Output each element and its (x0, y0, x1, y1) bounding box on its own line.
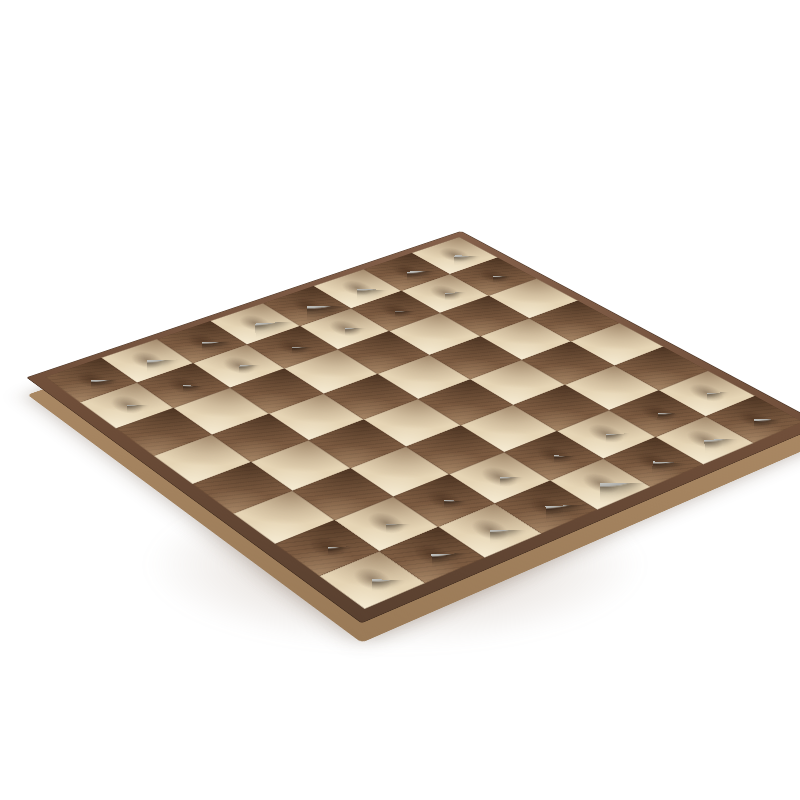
product-photo-background: ♜♟♟♜♞♟♟♞♝♟♟♝♚♟♟♚♛♟♟♛♝♟♟♝♞♟♟♞♜♟♟♜ (0, 0, 800, 800)
piece-glyph: ♜ (337, 459, 412, 581)
scene: ♜♟♟♜♞♟♟♞♝♟♟♝♚♟♟♚♛♟♟♛♝♟♟♝♞♟♟♞♜♟♟♜ (0, 0, 800, 800)
chessboard: ♜♟♟♜♞♟♟♞♝♟♟♝♚♟♟♚♛♟♟♛♝♟♟♝♞♟♟♞♜♟♟♜ (45, 237, 800, 609)
piece-glyph: ♟ (268, 264, 319, 348)
piece-glyph: ♟ (101, 320, 152, 405)
black-rook[interactable]: ♜ (319, 458, 430, 581)
white-pawn[interactable]: ♟ (88, 320, 165, 405)
board-grid: ♜♟♟♜♞♟♟♞♝♟♟♝♚♟♟♚♛♟♟♛♝♟♟♝♞♟♟♞♜♟♟♜ (45, 237, 800, 609)
piece-glyph: ♟ (159, 300, 213, 387)
